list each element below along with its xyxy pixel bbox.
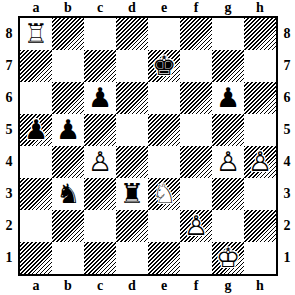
- square-g3[interactable]: [212, 178, 244, 210]
- rook-icon: ♜: [116, 178, 148, 210]
- rank-label-right-5: 5: [279, 122, 295, 138]
- square-d2[interactable]: [116, 210, 148, 242]
- square-b2[interactable]: [52, 210, 84, 242]
- square-g1[interactable]: ♚♔: [212, 242, 244, 274]
- square-b1[interactable]: [52, 242, 84, 274]
- square-a6[interactable]: [20, 82, 52, 114]
- square-g5[interactable]: [212, 114, 244, 146]
- piece-white-pawn[interactable]: ♟♙: [244, 146, 276, 178]
- rank-label-left-5: 5: [1, 122, 17, 138]
- square-c8[interactable]: [84, 18, 116, 50]
- square-d8[interactable]: [116, 18, 148, 50]
- file-label-top-a: a: [28, 0, 44, 16]
- king-icon: ♔: [212, 242, 244, 274]
- file-label-top-c: c: [92, 0, 108, 16]
- board-grid: ♜♖♚♚♟♟♟♟♟♟♟♟♟♙♟♙♟♙♞♞♜♜♞♘♟♙♚♔: [20, 18, 276, 274]
- square-g6[interactable]: ♟♟: [212, 82, 244, 114]
- square-b6[interactable]: [52, 82, 84, 114]
- piece-black-knight[interactable]: ♞♞: [52, 178, 84, 210]
- square-b5[interactable]: ♟♟: [52, 114, 84, 146]
- piece-white-knight[interactable]: ♞♘: [148, 178, 180, 210]
- square-c2[interactable]: [84, 210, 116, 242]
- square-e4[interactable]: [148, 146, 180, 178]
- square-c7[interactable]: [84, 50, 116, 82]
- square-d1[interactable]: [116, 242, 148, 274]
- square-b7[interactable]: [52, 50, 84, 82]
- square-h8[interactable]: [244, 18, 276, 50]
- square-e8[interactable]: [148, 18, 180, 50]
- square-e1[interactable]: [148, 242, 180, 274]
- rank-label-right-1: 1: [279, 250, 295, 266]
- square-f3[interactable]: [180, 178, 212, 210]
- file-label-bottom-f: f: [188, 278, 204, 294]
- piece-white-king[interactable]: ♚♔: [212, 242, 244, 274]
- file-label-bottom-c: c: [92, 278, 108, 294]
- square-h3[interactable]: [244, 178, 276, 210]
- square-h5[interactable]: [244, 114, 276, 146]
- piece-black-king[interactable]: ♚♚: [148, 50, 180, 82]
- piece-white-pawn[interactable]: ♟♙: [84, 146, 116, 178]
- pawn-icon: ♟: [52, 114, 84, 146]
- file-label-bottom-e: e: [156, 278, 172, 294]
- square-g4[interactable]: ♟♙: [212, 146, 244, 178]
- knight-icon: ♘: [148, 178, 180, 210]
- square-e2[interactable]: [148, 210, 180, 242]
- square-f1[interactable]: [180, 242, 212, 274]
- square-f8[interactable]: [180, 18, 212, 50]
- rank-label-left-3: 3: [1, 186, 17, 202]
- square-f2[interactable]: ♟♙: [180, 210, 212, 242]
- rank-label-left-7: 7: [1, 58, 17, 74]
- square-f4[interactable]: [180, 146, 212, 178]
- square-f5[interactable]: [180, 114, 212, 146]
- pawn-icon: ♙: [84, 146, 116, 178]
- file-label-top-d: d: [124, 0, 140, 16]
- square-c6[interactable]: ♟♟: [84, 82, 116, 114]
- pawn-icon: ♙: [212, 146, 244, 178]
- square-a2[interactable]: [20, 210, 52, 242]
- square-d6[interactable]: [116, 82, 148, 114]
- chess-diagram: ♜♖♚♚♟♟♟♟♟♟♟♟♟♙♟♙♟♙♞♞♜♜♞♘♟♙♚♔ aabbccddeef…: [0, 0, 295, 295]
- square-d3[interactable]: ♜♜: [116, 178, 148, 210]
- rank-label-right-4: 4: [279, 154, 295, 170]
- rank-label-right-2: 2: [279, 218, 295, 234]
- square-b3[interactable]: ♞♞: [52, 178, 84, 210]
- square-g7[interactable]: [212, 50, 244, 82]
- square-g2[interactable]: [212, 210, 244, 242]
- square-c4[interactable]: ♟♙: [84, 146, 116, 178]
- file-label-top-b: b: [60, 0, 76, 16]
- rank-label-left-1: 1: [1, 250, 17, 266]
- piece-black-pawn[interactable]: ♟♟: [84, 82, 116, 114]
- chess-board: ♜♖♚♚♟♟♟♟♟♟♟♟♟♙♟♙♟♙♞♞♜♜♞♘♟♙♚♔: [18, 16, 278, 276]
- file-label-bottom-h: h: [252, 278, 268, 294]
- king-icon: ♚: [148, 50, 180, 82]
- square-f7[interactable]: [180, 50, 212, 82]
- piece-white-pawn[interactable]: ♟♙: [212, 146, 244, 178]
- pawn-icon: ♟: [212, 82, 244, 114]
- square-a1[interactable]: [20, 242, 52, 274]
- piece-black-pawn[interactable]: ♟♟: [52, 114, 84, 146]
- square-d5[interactable]: [116, 114, 148, 146]
- file-label-bottom-d: d: [124, 278, 140, 294]
- square-c5[interactable]: [84, 114, 116, 146]
- square-a8[interactable]: ♜♖: [20, 18, 52, 50]
- file-label-bottom-b: b: [60, 278, 76, 294]
- pawn-icon: ♙: [244, 146, 276, 178]
- square-h2[interactable]: [244, 210, 276, 242]
- square-a3[interactable]: [20, 178, 52, 210]
- file-label-top-e: e: [156, 0, 172, 16]
- piece-black-pawn[interactable]: ♟♟: [20, 114, 52, 146]
- pawn-icon: ♟: [20, 114, 52, 146]
- file-label-bottom-a: a: [28, 278, 44, 294]
- square-h1[interactable]: [244, 242, 276, 274]
- pawn-icon: ♙: [180, 210, 212, 242]
- square-e5[interactable]: [148, 114, 180, 146]
- rank-label-right-8: 8: [279, 26, 295, 42]
- square-a4[interactable]: [20, 146, 52, 178]
- piece-white-pawn[interactable]: ♟♙: [180, 210, 212, 242]
- square-c1[interactable]: [84, 242, 116, 274]
- square-h6[interactable]: [244, 82, 276, 114]
- rank-label-left-8: 8: [1, 26, 17, 42]
- square-e6[interactable]: [148, 82, 180, 114]
- file-label-bottom-g: g: [220, 278, 236, 294]
- square-e3[interactable]: ♞♘: [148, 178, 180, 210]
- square-c3[interactable]: [84, 178, 116, 210]
- rank-label-right-3: 3: [279, 186, 295, 202]
- square-e7[interactable]: ♚♚: [148, 50, 180, 82]
- square-f6[interactable]: [180, 82, 212, 114]
- square-d7[interactable]: [116, 50, 148, 82]
- knight-icon: ♞: [52, 178, 84, 210]
- piece-black-rook[interactable]: ♜♜: [116, 178, 148, 210]
- file-label-top-h: h: [252, 0, 268, 16]
- square-b8[interactable]: [52, 18, 84, 50]
- pawn-icon: ♟: [84, 82, 116, 114]
- square-a7[interactable]: [20, 50, 52, 82]
- rank-label-left-2: 2: [1, 218, 17, 234]
- square-d4[interactable]: [116, 146, 148, 178]
- rank-label-left-6: 6: [1, 90, 17, 106]
- square-g8[interactable]: [212, 18, 244, 50]
- square-h7[interactable]: [244, 50, 276, 82]
- rank-label-right-6: 6: [279, 90, 295, 106]
- square-h4[interactable]: ♟♙: [244, 146, 276, 178]
- file-label-top-g: g: [220, 0, 236, 16]
- piece-white-rook[interactable]: ♜♖: [20, 18, 52, 50]
- rank-label-left-4: 4: [1, 154, 17, 170]
- file-label-top-f: f: [188, 0, 204, 16]
- piece-black-pawn[interactable]: ♟♟: [212, 82, 244, 114]
- square-b4[interactable]: [52, 146, 84, 178]
- square-a5[interactable]: ♟♟: [20, 114, 52, 146]
- rank-label-right-7: 7: [279, 58, 295, 74]
- rook-icon: ♖: [20, 18, 52, 50]
